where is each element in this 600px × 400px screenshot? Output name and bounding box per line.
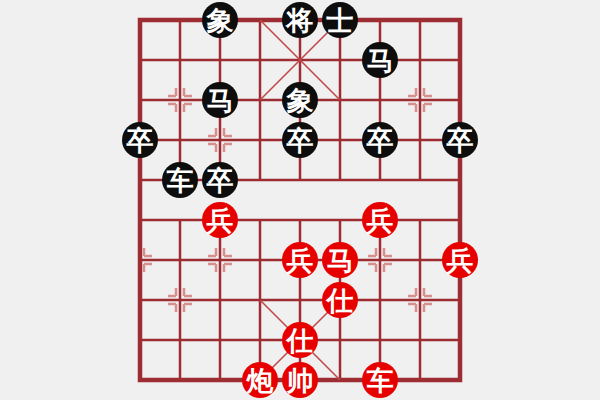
piece-red-advisor[interactable]: 仕 [282,322,318,358]
piece-black-elephant[interactable]: 象 [282,82,318,118]
piece-black-soldier[interactable]: 卒 [282,122,318,158]
piece-black-horse[interactable]: 马 [362,42,398,78]
piece-red-soldier[interactable]: 兵 [442,242,478,278]
piece-black-soldier[interactable]: 卒 [122,122,158,158]
piece-red-general[interactable]: 帅 [282,362,318,398]
piece-red-soldier[interactable]: 兵 [282,242,318,278]
piece-black-soldier[interactable]: 卒 [442,122,478,158]
piece-black-horse[interactable]: 马 [202,82,238,118]
piece-black-chariot[interactable]: 车 [162,162,198,198]
piece-black-advisor[interactable]: 士 [322,2,358,38]
piece-red-advisor[interactable]: 仕 [322,282,358,318]
piece-black-general[interactable]: 将 [282,2,318,38]
piece-red-cannon[interactable]: 炮 [242,362,278,398]
piece-red-horse[interactable]: 马 [322,242,358,278]
piece-red-soldier[interactable]: 兵 [362,202,398,238]
xiangqi-board[interactable]: 象将士马马象卒卒卒卒车卒兵兵兵马兵仕仕炮帅车 [0,0,600,400]
piece-black-soldier[interactable]: 卒 [362,122,398,158]
piece-black-soldier[interactable]: 卒 [202,162,238,198]
piece-red-soldier[interactable]: 兵 [202,202,238,238]
piece-red-chariot[interactable]: 车 [362,362,398,398]
piece-black-elephant[interactable]: 象 [202,2,238,38]
